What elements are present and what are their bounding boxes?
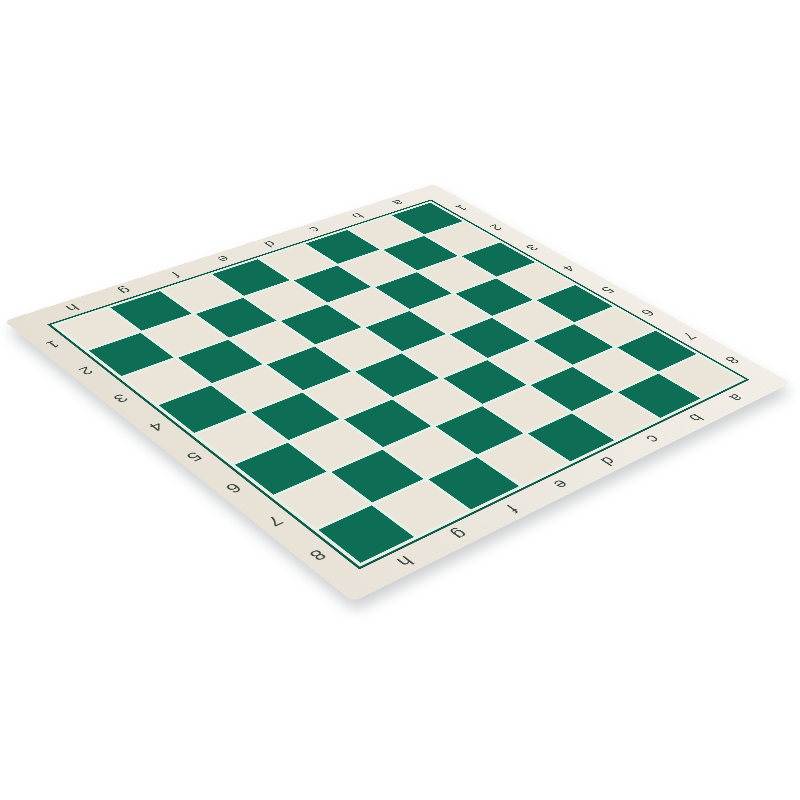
mat-shadow: hgfedcba hgfedcba 12345678 12345678 — [0, 0, 800, 800]
board-grid — [56, 203, 740, 563]
chessboard-mat[interactable]: hgfedcba hgfedcba 12345678 12345678 — [4, 184, 791, 602]
photo-background: hgfedcba hgfedcba 12345678 12345678 — [0, 0, 800, 800]
